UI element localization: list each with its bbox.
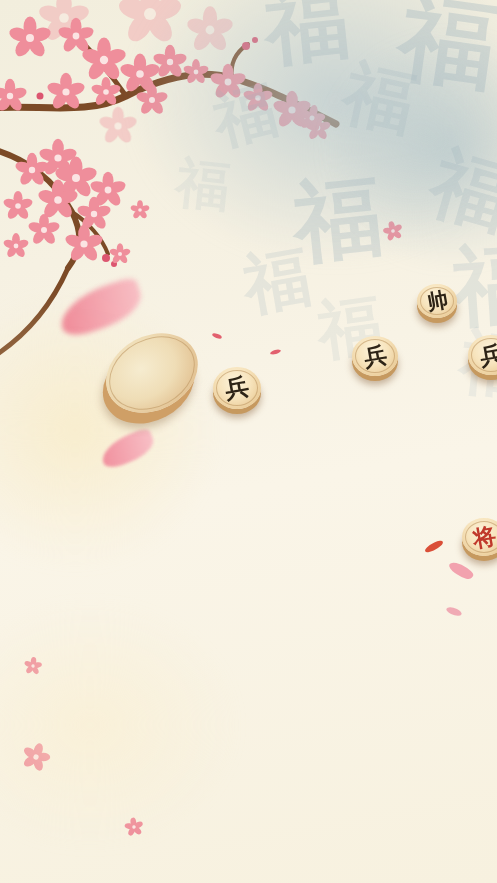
piece-soldier-a: 兵 — [213, 367, 261, 409]
piece-black-general: 将 — [462, 518, 497, 556]
red-general-glyph: 帅 — [424, 285, 450, 316]
piece-soldier-c: 兵 — [468, 335, 497, 375]
blossoms — [0, 17, 331, 265]
soldier-b-glyph: 兵 — [361, 339, 389, 374]
cherry-blossom-branch — [0, 0, 497, 883]
piece-soldier-b: 兵 — [352, 336, 398, 376]
xiangqi-splash-screen: { "game": "xiangqi", "scene": "chinese-c… — [0, 0, 497, 883]
piece-red-general: 帅 — [417, 284, 457, 318]
black-general-glyph: 将 — [470, 520, 497, 555]
